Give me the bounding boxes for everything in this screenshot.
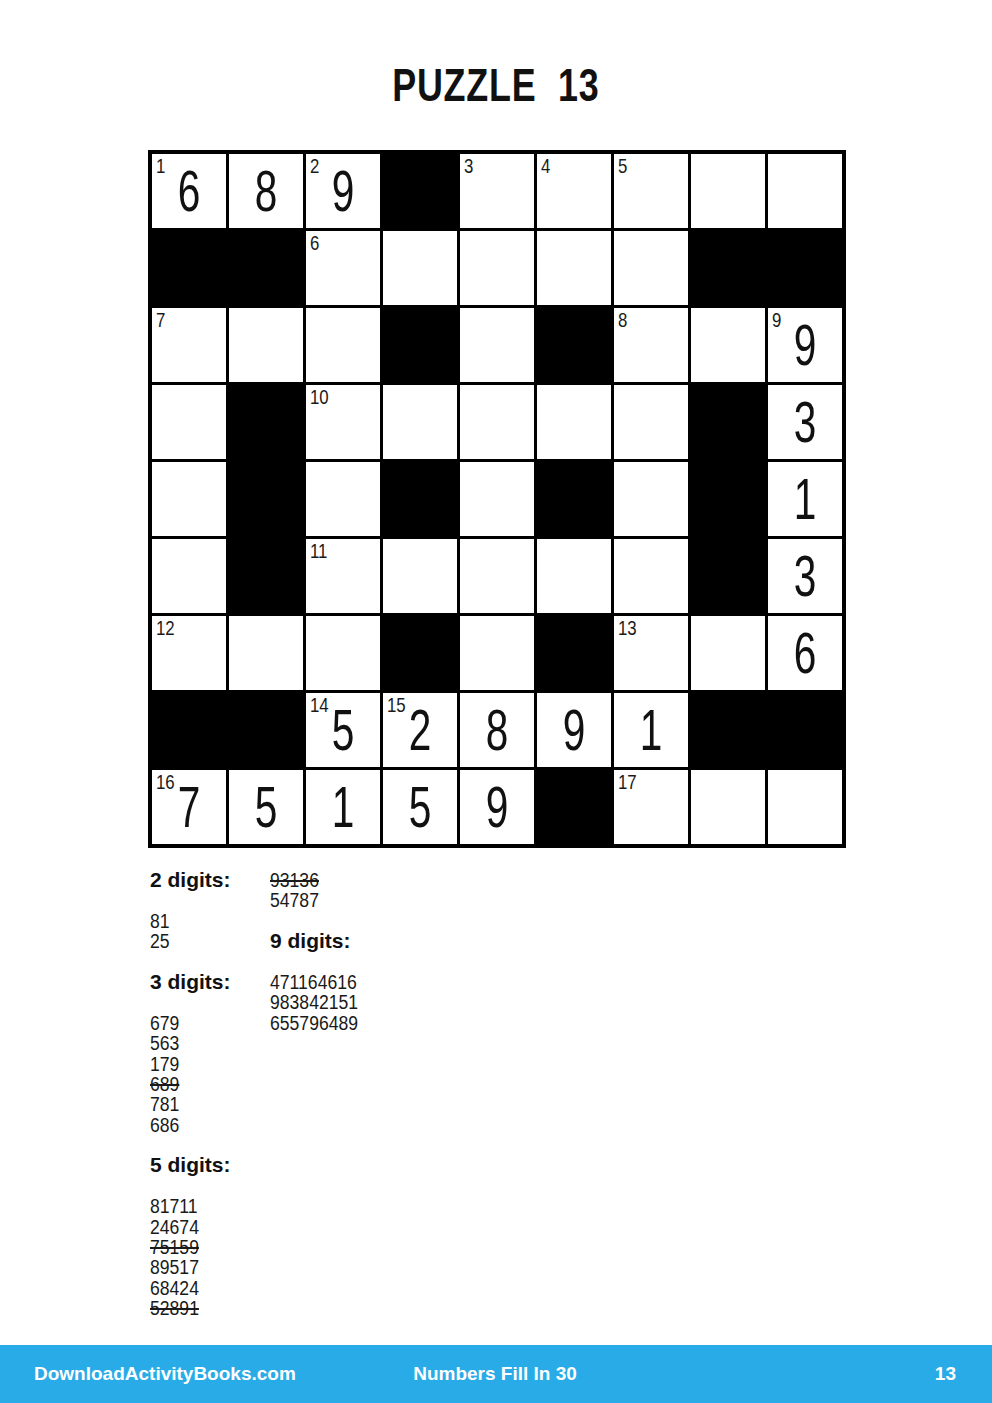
grid-cell-r6c3[interactable]: 11 (306, 539, 380, 613)
clue-number-2: 2 (310, 154, 319, 178)
grid-cell-r9c3[interactable]: 1 (306, 770, 380, 844)
grid-cell-r4c4[interactable] (383, 385, 457, 459)
grid-cell-black-r2c2 (229, 231, 303, 305)
cell-digit: 9 (563, 701, 586, 759)
grid-cell-r8c3[interactable]: 145 (306, 693, 380, 767)
list-number: 563 (150, 1033, 265, 1053)
grid-cell-black-r6c8 (691, 539, 765, 613)
grid-cell-r7c9[interactable]: 6 (768, 616, 842, 690)
grid-cell-r4c3[interactable]: 10 (306, 385, 380, 459)
list-number-text: 179 (150, 1054, 179, 1074)
clue-number-1: 1 (156, 154, 165, 178)
grid-cell-r2c6[interactable] (537, 231, 611, 305)
cell-digit: 3 (794, 393, 817, 451)
cell-digit: 2 (409, 701, 432, 759)
fill-in-grid: 1682934567899103111312136145152891167515… (148, 150, 846, 848)
list-number-struck: 93136 (270, 870, 530, 890)
footer-website: DownloadActivityBooks.com (34, 1363, 341, 1385)
grid-cell-r2c4[interactable] (383, 231, 457, 305)
list-number-struck: 52891 (150, 1298, 265, 1318)
list-heading: 9 digits: (270, 931, 530, 951)
list-number: 471164616 (270, 972, 530, 992)
footer-puzzle-type: Numbers Fill In 30 (341, 1363, 648, 1385)
list-number: 24674 (150, 1217, 265, 1237)
grid-cell-black-r5c6 (537, 462, 611, 536)
grid-cell-r1c6[interactable]: 4 (537, 154, 611, 228)
grid-cell-r6c9[interactable]: 3 (768, 539, 842, 613)
grid-cell-r1c9[interactable] (768, 154, 842, 228)
grid-cell-r5c3[interactable] (306, 462, 380, 536)
list-number-text: 983842151 (270, 992, 358, 1012)
cell-digit: 9 (486, 778, 509, 836)
list-number-text: 93136 (270, 870, 324, 890)
grid-cell-r5c5[interactable] (460, 462, 534, 536)
cell-digit: 5 (409, 778, 432, 836)
puzzle-page: PUZZLE 13 168293456789910311131213614515… (0, 0, 992, 1403)
grid-cell-r2c5[interactable] (460, 231, 534, 305)
list-number-struck: 75159 (150, 1237, 265, 1257)
cell-digit: 8 (255, 162, 278, 220)
grid-cell-r3c3[interactable] (306, 308, 380, 382)
clue-number-11: 11 (310, 539, 327, 563)
list-number: 983842151 (270, 992, 530, 1012)
list-spacer (270, 911, 530, 931)
grid-cell-r4c6[interactable] (537, 385, 611, 459)
grid-cell-black-r7c6 (537, 616, 611, 690)
clue-number-15: 15 (387, 693, 406, 717)
list-spacer (150, 890, 265, 910)
clue-number-17: 17 (618, 770, 637, 794)
grid-cell-r9c1[interactable]: 167 (152, 770, 226, 844)
list-spacer (150, 1135, 265, 1155)
grid-cell-black-r6c2 (229, 539, 303, 613)
list-number-text: 54787 (270, 890, 319, 910)
grid-cell-black-r8c8 (691, 693, 765, 767)
grid-cell-r7c7[interactable]: 13 (614, 616, 688, 690)
footer-page-number: 13 (649, 1363, 956, 1385)
grid-cell-r1c1[interactable]: 16 (152, 154, 226, 228)
grid-cell-black-r2c1 (152, 231, 226, 305)
grid-cell-r8c6[interactable]: 9 (537, 693, 611, 767)
grid-cell-r8c7[interactable]: 1 (614, 693, 688, 767)
footer-bar: DownloadActivityBooks.com Numbers Fill I… (0, 1345, 992, 1403)
cell-digit: 8 (486, 701, 509, 759)
list-number: 686 (150, 1115, 265, 1135)
list-number: 781 (150, 1094, 265, 1114)
grid-cell-r9c4[interactable]: 5 (383, 770, 457, 844)
grid-cell-r4c5[interactable] (460, 385, 534, 459)
list-number-text: 81 (150, 911, 170, 931)
grid-cell-r2c3[interactable]: 6 (306, 231, 380, 305)
cell-digit: 1 (332, 778, 355, 836)
cell-digit: 5 (332, 701, 355, 759)
grid-cell-r6c5[interactable] (460, 539, 534, 613)
grid-cell-black-r5c4 (383, 462, 457, 536)
grid-cell-r9c9[interactable] (768, 770, 842, 844)
grid-cell-black-r7c4 (383, 616, 457, 690)
list-number-text: 563 (150, 1033, 179, 1053)
clue-number-10: 10 (310, 385, 329, 409)
grid-cell-r6c4[interactable] (383, 539, 457, 613)
list-number-text: 68424 (150, 1278, 199, 1298)
grid-cell-r7c2[interactable] (229, 616, 303, 690)
grid-cell-black-r3c6 (537, 308, 611, 382)
grid-cell-r1c5[interactable]: 3 (460, 154, 534, 228)
cell-digit: 3 (794, 547, 817, 605)
grid-cell-black-r4c8 (691, 385, 765, 459)
clue-number-5: 5 (618, 154, 627, 178)
list-number-text: 679 (150, 1013, 179, 1033)
grid-cell-r7c8[interactable] (691, 616, 765, 690)
clue-number-6: 6 (310, 231, 319, 255)
cell-digit: 9 (794, 316, 817, 374)
grid-cell-black-r5c2 (229, 462, 303, 536)
grid-cell-r5c7[interactable] (614, 462, 688, 536)
number-list-column-2: 93136547879 digits:471164616983842151655… (270, 870, 530, 1033)
list-heading: 3 digits: (150, 972, 265, 992)
list-number-text: 25 (150, 931, 170, 951)
grid-cell-r9c8[interactable] (691, 770, 765, 844)
list-heading: 5 digits: (150, 1155, 265, 1175)
grid-cell-r1c8[interactable] (691, 154, 765, 228)
grid-cell-r5c1[interactable] (152, 462, 226, 536)
grid-cell-r9c2[interactable]: 5 (229, 770, 303, 844)
grid-cell-r8c4[interactable]: 152 (383, 693, 457, 767)
grid-cell-black-r8c1 (152, 693, 226, 767)
list-number-text: 89517 (150, 1257, 199, 1277)
grid-cell-r3c1[interactable]: 7 (152, 308, 226, 382)
grid-cell-r7c1[interactable]: 12 (152, 616, 226, 690)
grid-cell-r3c8[interactable] (691, 308, 765, 382)
list-spacer (150, 992, 265, 1012)
cell-digit: 7 (178, 778, 201, 836)
grid-cell-r3c5[interactable] (460, 308, 534, 382)
clue-number-4: 4 (541, 154, 550, 178)
list-number-text: 471164616 (270, 972, 357, 992)
list-spacer (150, 1176, 265, 1196)
list-number-text: 781 (150, 1094, 179, 1114)
grid-cell-r5c9[interactable]: 1 (768, 462, 842, 536)
list-number-text: 81711 (150, 1196, 198, 1216)
cell-digit: 5 (255, 778, 278, 836)
puzzle-title: PUZZLE 13 (0, 58, 992, 112)
grid-cell-r3c2[interactable] (229, 308, 303, 382)
grid-cell-r8c5[interactable]: 8 (460, 693, 534, 767)
list-spacer (150, 952, 265, 972)
list-heading: 2 digits: (150, 870, 265, 890)
list-number-text: 655796489 (270, 1013, 358, 1033)
grid-cell-r3c7[interactable]: 8 (614, 308, 688, 382)
clue-number-12: 12 (156, 616, 175, 640)
cell-digit: 1 (640, 701, 663, 759)
list-number: 68424 (150, 1278, 265, 1298)
grid-cell-r7c3[interactable] (306, 616, 380, 690)
grid-cell-r9c5[interactable]: 9 (460, 770, 534, 844)
grid-cell-r4c1[interactable] (152, 385, 226, 459)
list-number-text: 52891 (150, 1298, 204, 1318)
clue-number-7: 7 (156, 308, 165, 332)
list-number-text: 24674 (150, 1217, 199, 1237)
grid-cell-r6c6[interactable] (537, 539, 611, 613)
grid-cell-black-r9c6 (537, 770, 611, 844)
grid-cell-black-r2c8 (691, 231, 765, 305)
list-number-text: 686 (150, 1115, 179, 1135)
cell-digit: 6 (178, 162, 201, 220)
list-number: 679 (150, 1013, 265, 1033)
grid-cell-black-r1c4 (383, 154, 457, 228)
grid-cell-r9c7[interactable]: 17 (614, 770, 688, 844)
list-number: 179 (150, 1054, 265, 1074)
list-number: 81 (150, 911, 265, 931)
clue-number-14: 14 (310, 693, 329, 717)
list-spacer (270, 952, 530, 972)
grid-cell-r4c7[interactable] (614, 385, 688, 459)
grid-cell-black-r4c2 (229, 385, 303, 459)
number-list-column-1: 2 digits:81253 digits:679563179689781686… (150, 870, 265, 1319)
cell-digit: 6 (794, 624, 817, 682)
clue-number-16: 16 (156, 770, 175, 794)
grid-cell-black-r3c4 (383, 308, 457, 382)
puzzle-title-text: PUZZLE 13 (392, 58, 599, 112)
clue-number-9: 9 (772, 308, 781, 332)
list-number-struck: 689 (150, 1074, 265, 1094)
clue-number-8: 8 (618, 308, 627, 332)
list-number-text: 689 (150, 1074, 185, 1094)
grid-cell-black-r8c9 (768, 693, 842, 767)
grid-cell-r1c2[interactable]: 8 (229, 154, 303, 228)
grid-cell-r2c7[interactable] (614, 231, 688, 305)
clue-number-13: 13 (618, 616, 637, 640)
grid-cell-black-r5c8 (691, 462, 765, 536)
grid-cell-r6c7[interactable] (614, 539, 688, 613)
list-number: 89517 (150, 1257, 265, 1277)
grid-cell-r4c9[interactable]: 3 (768, 385, 842, 459)
cell-digit: 1 (794, 470, 817, 528)
list-number: 81711 (150, 1196, 265, 1216)
list-number: 655796489 (270, 1013, 530, 1033)
cell-digit: 9 (332, 162, 355, 220)
grid-cell-black-r8c2 (229, 693, 303, 767)
list-number: 25 (150, 931, 265, 951)
list-number-text: 75159 (150, 1237, 204, 1257)
grid-cell-r6c1[interactable] (152, 539, 226, 613)
grid-cell-r3c9[interactable]: 99 (768, 308, 842, 382)
grid-cell-r1c7[interactable]: 5 (614, 154, 688, 228)
grid-cell-r1c3[interactable]: 29 (306, 154, 380, 228)
clue-number-3: 3 (464, 154, 473, 178)
grid-cell-r7c5[interactable] (460, 616, 534, 690)
list-number: 54787 (270, 890, 530, 910)
grid-cell-black-r2c9 (768, 231, 842, 305)
